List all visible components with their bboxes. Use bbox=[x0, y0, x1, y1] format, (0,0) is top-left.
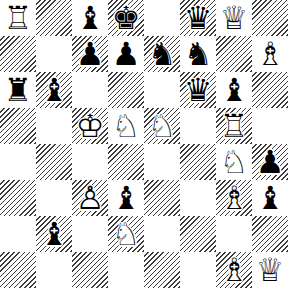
square-h6[interactable] bbox=[252, 72, 288, 108]
piece-black-king: ♚♚ bbox=[108, 0, 144, 36]
square-d1[interactable] bbox=[108, 252, 144, 288]
square-f6[interactable]: ♛♛ bbox=[180, 72, 216, 108]
square-f1[interactable] bbox=[180, 252, 216, 288]
piece-glyph: ♛ bbox=[180, 72, 216, 108]
piece-glyph: ♘ bbox=[108, 108, 144, 144]
square-h7[interactable]: ♝♗ bbox=[252, 36, 288, 72]
square-g5[interactable]: ♜♖ bbox=[216, 108, 252, 144]
square-e7[interactable]: ♞♞ bbox=[144, 36, 180, 72]
square-c4[interactable] bbox=[72, 144, 108, 180]
square-d6[interactable] bbox=[108, 72, 144, 108]
square-c1[interactable] bbox=[72, 252, 108, 288]
square-b2[interactable]: ♝♝ bbox=[36, 216, 72, 252]
piece-glyph: ♟ bbox=[72, 36, 108, 72]
piece-black-pawn: ♟♟ bbox=[108, 36, 144, 72]
square-e6[interactable] bbox=[144, 72, 180, 108]
square-h3[interactable]: ♝♝ bbox=[252, 180, 288, 216]
square-c7[interactable]: ♟♟ bbox=[72, 36, 108, 72]
square-f5[interactable] bbox=[180, 108, 216, 144]
square-e3[interactable] bbox=[144, 180, 180, 216]
square-g6[interactable]: ♝♝ bbox=[216, 72, 252, 108]
square-g7[interactable] bbox=[216, 36, 252, 72]
square-a5[interactable] bbox=[0, 108, 36, 144]
piece-white-king: ♚♔ bbox=[72, 108, 108, 144]
square-f2[interactable] bbox=[180, 216, 216, 252]
piece-glyph: ♗ bbox=[252, 36, 288, 72]
square-a7[interactable] bbox=[0, 36, 36, 72]
square-c2[interactable] bbox=[72, 216, 108, 252]
piece-black-queen: ♛♛ bbox=[180, 0, 216, 36]
square-a2[interactable] bbox=[0, 216, 36, 252]
square-c5[interactable]: ♚♔ bbox=[72, 108, 108, 144]
square-c8[interactable]: ♝♝ bbox=[72, 0, 108, 36]
square-h4[interactable]: ♟♟ bbox=[252, 144, 288, 180]
piece-glyph: ♕ bbox=[252, 252, 288, 288]
piece-glyph: ♟ bbox=[108, 36, 144, 72]
square-a6[interactable]: ♜♜ bbox=[0, 72, 36, 108]
square-d3[interactable]: ♝♝ bbox=[108, 180, 144, 216]
square-d5[interactable]: ♞♘ bbox=[108, 108, 144, 144]
piece-black-knight: ♞♞ bbox=[144, 36, 180, 72]
piece-glyph: ♞ bbox=[144, 36, 180, 72]
piece-black-bishop: ♝♝ bbox=[216, 72, 252, 108]
square-c3[interactable]: ♟♙ bbox=[72, 180, 108, 216]
square-d2[interactable]: ♞♘ bbox=[108, 216, 144, 252]
piece-glyph: ♞ bbox=[180, 36, 216, 72]
square-d4[interactable] bbox=[108, 144, 144, 180]
piece-glyph: ♘ bbox=[216, 144, 252, 180]
square-d8[interactable]: ♚♚ bbox=[108, 0, 144, 36]
square-g2[interactable] bbox=[216, 216, 252, 252]
square-a1[interactable] bbox=[0, 252, 36, 288]
piece-white-bishop: ♝♗ bbox=[252, 36, 288, 72]
piece-black-rook: ♜♜ bbox=[0, 72, 36, 108]
square-a3[interactable] bbox=[0, 180, 36, 216]
square-e5[interactable]: ♞♘ bbox=[144, 108, 180, 144]
square-c6[interactable] bbox=[72, 72, 108, 108]
square-b8[interactable] bbox=[36, 0, 72, 36]
piece-glyph: ♙ bbox=[72, 180, 108, 216]
square-g1[interactable]: ♝♗ bbox=[216, 252, 252, 288]
square-f8[interactable]: ♛♛ bbox=[180, 0, 216, 36]
square-e8[interactable] bbox=[144, 0, 180, 36]
piece-glyph: ♝ bbox=[72, 0, 108, 36]
square-h2[interactable] bbox=[252, 216, 288, 252]
piece-white-knight: ♞♘ bbox=[108, 216, 144, 252]
piece-glyph: ♝ bbox=[252, 180, 288, 216]
square-a8[interactable]: ♜♖ bbox=[0, 0, 36, 36]
square-a4[interactable] bbox=[0, 144, 36, 180]
piece-black-bishop: ♝♝ bbox=[72, 0, 108, 36]
piece-glyph: ♗ bbox=[216, 180, 252, 216]
square-g4[interactable]: ♞♘ bbox=[216, 144, 252, 180]
piece-white-pawn: ♟♙ bbox=[72, 180, 108, 216]
square-g8[interactable]: ♛♕ bbox=[216, 0, 252, 36]
piece-white-bishop: ♝♗ bbox=[216, 180, 252, 216]
square-f7[interactable]: ♞♞ bbox=[180, 36, 216, 72]
piece-glyph: ♜ bbox=[0, 72, 36, 108]
square-f3[interactable] bbox=[180, 180, 216, 216]
piece-white-queen: ♛♕ bbox=[216, 0, 252, 36]
square-f4[interactable] bbox=[180, 144, 216, 180]
piece-glyph: ♛ bbox=[180, 0, 216, 36]
piece-glyph: ♕ bbox=[216, 0, 252, 36]
square-b1[interactable] bbox=[36, 252, 72, 288]
piece-white-knight: ♞♘ bbox=[144, 108, 180, 144]
piece-glyph: ♝ bbox=[216, 72, 252, 108]
square-h1[interactable]: ♛♕ bbox=[252, 252, 288, 288]
piece-black-bishop: ♝♝ bbox=[108, 180, 144, 216]
piece-black-pawn: ♟♟ bbox=[252, 144, 288, 180]
piece-glyph: ♝ bbox=[36, 216, 72, 252]
square-h8[interactable] bbox=[252, 0, 288, 36]
piece-glyph: ♔ bbox=[72, 108, 108, 144]
square-b5[interactable] bbox=[36, 108, 72, 144]
piece-glyph: ♘ bbox=[108, 216, 144, 252]
piece-white-queen: ♛♕ bbox=[252, 252, 288, 288]
square-e1[interactable] bbox=[144, 252, 180, 288]
piece-black-bishop: ♝♝ bbox=[36, 216, 72, 252]
chess-board: ♜♖♝♝♚♚♛♛♛♕♟♟♟♟♞♞♞♞♝♗♜♜♝♝♛♛♝♝♚♔♞♘♞♘♜♖♞♘♟♟… bbox=[0, 0, 288, 288]
square-e2[interactable] bbox=[144, 216, 180, 252]
piece-glyph: ♗ bbox=[216, 252, 252, 288]
square-b4[interactable] bbox=[36, 144, 72, 180]
piece-black-knight: ♞♞ bbox=[180, 36, 216, 72]
piece-glyph: ♚ bbox=[108, 0, 144, 36]
square-b6[interactable]: ♝♝ bbox=[36, 72, 72, 108]
piece-black-bishop: ♝♝ bbox=[252, 180, 288, 216]
piece-white-rook: ♜♖ bbox=[0, 0, 36, 36]
piece-glyph: ♖ bbox=[216, 108, 252, 144]
square-b7[interactable] bbox=[36, 36, 72, 72]
piece-white-rook: ♜♖ bbox=[216, 108, 252, 144]
piece-white-bishop: ♝♗ bbox=[216, 252, 252, 288]
square-d7[interactable]: ♟♟ bbox=[108, 36, 144, 72]
piece-glyph: ♟ bbox=[252, 144, 288, 180]
piece-glyph: ♝ bbox=[36, 72, 72, 108]
piece-black-pawn: ♟♟ bbox=[72, 36, 108, 72]
piece-black-queen: ♛♛ bbox=[180, 72, 216, 108]
piece-glyph: ♘ bbox=[144, 108, 180, 144]
piece-white-knight: ♞♘ bbox=[216, 144, 252, 180]
square-b3[interactable] bbox=[36, 180, 72, 216]
square-g3[interactable]: ♝♗ bbox=[216, 180, 252, 216]
piece-glyph: ♝ bbox=[108, 180, 144, 216]
square-h5[interactable] bbox=[252, 108, 288, 144]
piece-glyph: ♖ bbox=[0, 0, 36, 36]
square-e4[interactable] bbox=[144, 144, 180, 180]
piece-white-knight: ♞♘ bbox=[108, 108, 144, 144]
piece-black-bishop: ♝♝ bbox=[36, 72, 72, 108]
